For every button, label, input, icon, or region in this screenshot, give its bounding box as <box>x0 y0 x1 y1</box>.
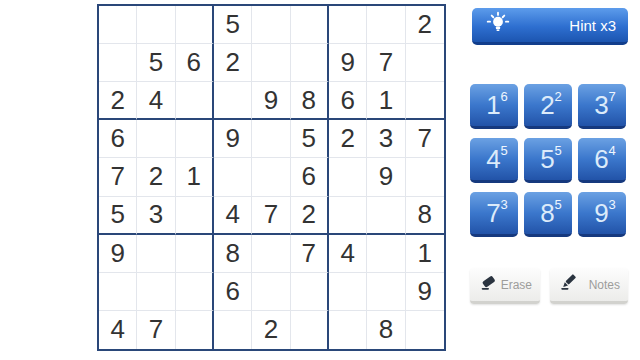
cell-r5c2[interactable]: 2 <box>137 158 175 196</box>
cell-r5c9[interactable] <box>406 158 444 196</box>
numpad-remaining-count: 7 <box>609 89 616 104</box>
cell-r5c3[interactable]: 1 <box>176 158 214 196</box>
cell-r4c4[interactable]: 9 <box>214 120 252 158</box>
cell-r4c8[interactable]: 3 <box>367 120 405 158</box>
hint-label: Hint x3 <box>569 17 616 34</box>
cell-r8c7[interactable] <box>329 273 367 311</box>
erase-button[interactable]: Erase <box>470 268 540 304</box>
cell-r8c5[interactable] <box>252 273 290 311</box>
numpad-remaining-count: 3 <box>609 197 616 212</box>
cell-r4c1[interactable]: 6 <box>99 120 137 158</box>
cell-r8c4[interactable]: 6 <box>214 273 252 311</box>
cell-r7c1[interactable]: 9 <box>99 235 137 273</box>
numpad-button-4[interactable]: 45 <box>470 138 518 183</box>
cell-r1c8[interactable] <box>367 6 405 44</box>
cell-r5c8[interactable]: 9 <box>367 158 405 196</box>
numpad-digit: 3 <box>594 86 608 124</box>
cell-r7c8[interactable] <box>367 235 405 273</box>
cell-r4c6[interactable]: 5 <box>291 120 329 158</box>
numpad-button-8[interactable]: 85 <box>524 192 572 237</box>
numpad-button-6[interactable]: 64 <box>578 138 626 183</box>
cell-r9c9[interactable] <box>406 311 444 349</box>
numpad-button-1[interactable]: 16 <box>470 84 518 129</box>
cell-r1c6[interactable] <box>291 6 329 44</box>
cell-r3c1[interactable]: 2 <box>99 82 137 120</box>
cell-r7c9[interactable]: 1 <box>406 235 444 273</box>
cell-r5c6[interactable]: 6 <box>291 158 329 196</box>
cell-r3c4[interactable] <box>214 82 252 120</box>
cell-r6c3[interactable] <box>176 197 214 235</box>
sudoku-app: 5256297249861695237721695347289874169472… <box>0 0 640 360</box>
eraser-icon <box>478 272 500 297</box>
cell-r6c9[interactable]: 8 <box>406 197 444 235</box>
cell-r3c7[interactable]: 6 <box>329 82 367 120</box>
numpad-remaining-count: 6 <box>501 89 508 104</box>
numpad-digit: 8 <box>540 194 554 232</box>
pencil-icon <box>558 272 580 297</box>
cell-r1c2[interactable] <box>137 6 175 44</box>
cell-r9c8[interactable]: 8 <box>367 311 405 349</box>
cell-r6c6[interactable]: 2 <box>291 197 329 235</box>
numpad-remaining-count: 4 <box>609 143 616 158</box>
numpad: 162237455564738593 <box>470 84 626 237</box>
cell-r3c6[interactable]: 8 <box>291 82 329 120</box>
cell-r2c2[interactable]: 5 <box>137 44 175 82</box>
numpad-digit: 9 <box>594 194 608 232</box>
cell-r9c7[interactable] <box>329 311 367 349</box>
cell-r7c4[interactable]: 8 <box>214 235 252 273</box>
notes-label: Notes <box>589 278 620 292</box>
cell-r1c9[interactable]: 2 <box>406 6 444 44</box>
erase-label: Erase <box>501 278 532 292</box>
cell-r1c7[interactable] <box>329 6 367 44</box>
cell-r9c3[interactable] <box>176 311 214 349</box>
cell-r6c7[interactable] <box>329 197 367 235</box>
numpad-digit: 6 <box>594 140 608 178</box>
numpad-remaining-count: 5 <box>555 197 562 212</box>
cell-r2c9[interactable] <box>406 44 444 82</box>
cell-r8c6[interactable] <box>291 273 329 311</box>
cell-r8c1[interactable] <box>99 273 137 311</box>
cell-r2c8[interactable]: 7 <box>367 44 405 82</box>
cell-r2c4[interactable]: 2 <box>214 44 252 82</box>
cell-r1c1[interactable] <box>99 6 137 44</box>
cell-r2c3[interactable]: 6 <box>176 44 214 82</box>
sudoku-board: 5256297249861695237721695347289874169472… <box>97 4 446 351</box>
cell-r6c4[interactable]: 4 <box>214 197 252 235</box>
numpad-button-5[interactable]: 55 <box>524 138 572 183</box>
cell-r7c6[interactable]: 7 <box>291 235 329 273</box>
cell-r2c1[interactable] <box>99 44 137 82</box>
numpad-remaining-count: 3 <box>501 197 508 212</box>
cell-r3c2[interactable]: 4 <box>137 82 175 120</box>
numpad-remaining-count: 2 <box>555 89 562 104</box>
cell-r6c8[interactable] <box>367 197 405 235</box>
cell-r4c7[interactable]: 2 <box>329 120 367 158</box>
numpad-remaining-count: 5 <box>555 143 562 158</box>
numpad-digit: 7 <box>486 194 500 232</box>
cell-r5c5[interactable] <box>252 158 290 196</box>
numpad-button-9[interactable]: 93 <box>578 192 626 237</box>
cell-r1c5[interactable] <box>252 6 290 44</box>
notes-button[interactable]: Notes <box>550 268 628 304</box>
cell-r5c7[interactable] <box>329 158 367 196</box>
cell-r3c9[interactable] <box>406 82 444 120</box>
cell-r7c5[interactable] <box>252 235 290 273</box>
cell-r7c3[interactable] <box>176 235 214 273</box>
numpad-digit: 4 <box>486 140 500 178</box>
numpad-remaining-count: 5 <box>501 143 508 158</box>
cell-r3c8[interactable]: 1 <box>367 82 405 120</box>
numpad-digit: 1 <box>486 86 500 124</box>
cell-r8c2[interactable] <box>137 273 175 311</box>
cell-r1c4[interactable]: 5 <box>214 6 252 44</box>
cell-r2c6[interactable] <box>291 44 329 82</box>
hint-button[interactable]: Hint x3 <box>472 8 628 45</box>
cell-r2c7[interactable]: 9 <box>329 44 367 82</box>
cell-r7c7[interactable]: 4 <box>329 235 367 273</box>
cell-r9c6[interactable] <box>291 311 329 349</box>
cell-r9c2[interactable]: 7 <box>137 311 175 349</box>
cell-r1c3[interactable] <box>176 6 214 44</box>
cell-r3c5[interactable]: 9 <box>252 82 290 120</box>
cell-r4c2[interactable] <box>137 120 175 158</box>
cell-r6c5[interactable]: 7 <box>252 197 290 235</box>
cell-r6c1[interactable]: 5 <box>99 197 137 235</box>
cell-r3c3[interactable] <box>176 82 214 120</box>
cell-r4c5[interactable] <box>252 120 290 158</box>
numpad-digit: 5 <box>540 140 554 178</box>
cell-r9c4[interactable] <box>214 311 252 349</box>
numpad-button-7[interactable]: 73 <box>470 192 518 237</box>
cell-r7c2[interactable] <box>137 235 175 273</box>
cell-r5c4[interactable] <box>214 158 252 196</box>
cell-r9c1[interactable]: 4 <box>99 311 137 349</box>
cell-r6c2[interactable]: 3 <box>137 197 175 235</box>
numpad-digit: 2 <box>540 86 554 124</box>
cell-r5c1[interactable]: 7 <box>99 158 137 196</box>
cell-r2c5[interactable] <box>252 44 290 82</box>
cell-r8c8[interactable] <box>367 273 405 311</box>
cell-r4c3[interactable] <box>176 120 214 158</box>
cell-r9c5[interactable]: 2 <box>252 311 290 349</box>
cell-r4c9[interactable]: 7 <box>406 120 444 158</box>
cell-r8c3[interactable] <box>176 273 214 311</box>
cell-r8c9[interactable]: 9 <box>406 273 444 311</box>
numpad-button-3[interactable]: 37 <box>578 84 626 129</box>
lightbulb-icon <box>484 10 512 41</box>
numpad-button-2[interactable]: 22 <box>524 84 572 129</box>
